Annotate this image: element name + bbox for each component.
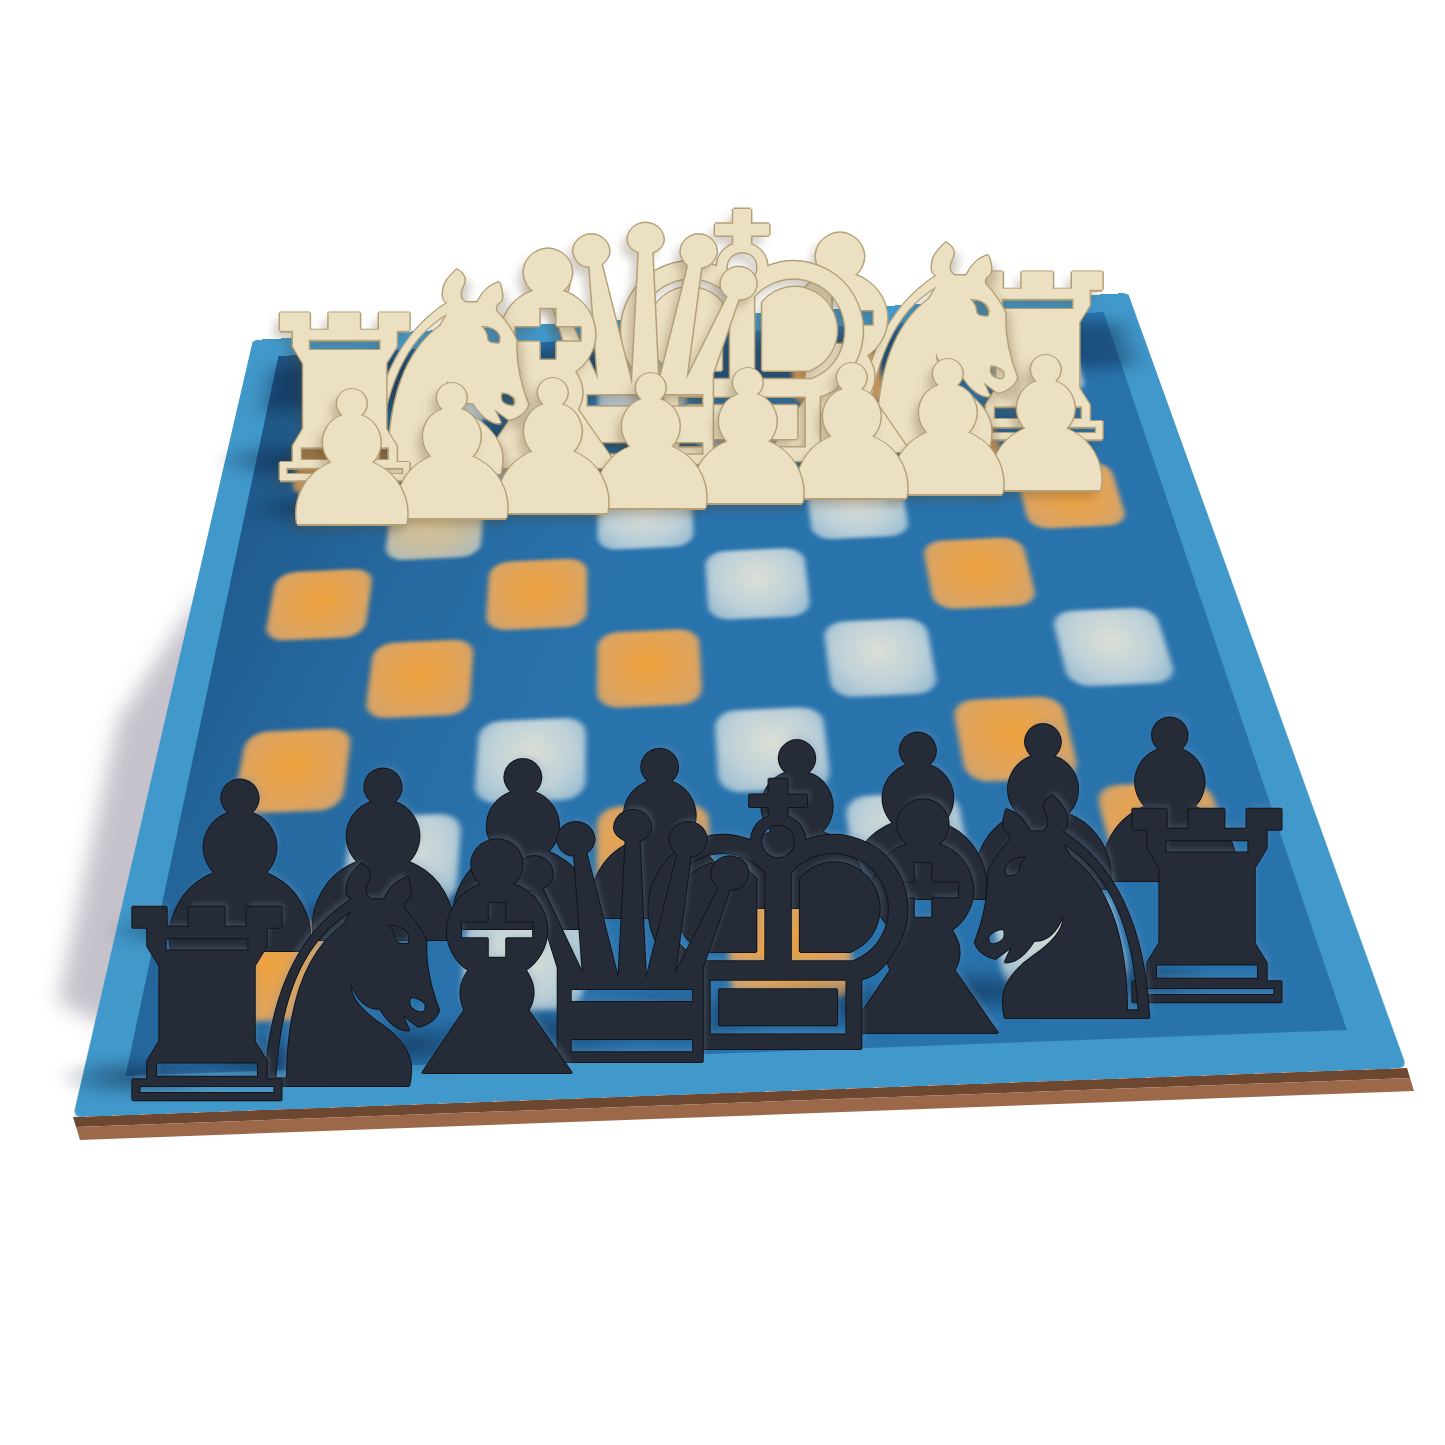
piece-black-r-a8[interactable]: ♜ xyxy=(88,876,326,1141)
piece-white-p-a2[interactable]: ♟ xyxy=(269,368,435,553)
scene: ♜♞♝♛♚♝♞♜♟♟♟♟♟♟♟♟♟♟♟♟♟♟♟♟♜♞♝♛♚♝♞♜ xyxy=(0,0,1445,1445)
pieces-layer: ♜♞♝♛♚♝♞♜♟♟♟♟♟♟♟♟♟♟♟♟♟♟♟♟♜♞♝♛♚♝♞♜ xyxy=(0,0,1445,1445)
